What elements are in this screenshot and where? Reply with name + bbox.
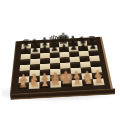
square-d5[interactable]	[50, 58, 60, 64]
piece-black-bishop: ♝	[39, 36, 50, 48]
chess-set-photo: ♜♞♝♛♚♝♞♜♟♟♟♟♟♟♟♟♟♟♟♟♟♟♟♟♜♞♝♛♚♝♞♜	[0, 0, 120, 120]
square-e1[interactable]: ♚	[61, 80, 72, 87]
square-e5[interactable]	[60, 57, 70, 63]
square-f1[interactable]: ♝	[72, 80, 83, 87]
square-h5[interactable]	[89, 55, 100, 61]
piece-black-rook: ♜	[87, 36, 96, 46]
square-h1[interactable]: ♜	[93, 79, 105, 86]
square-b1[interactable]: ♞	[29, 82, 40, 89]
piece-black-rook: ♜	[21, 39, 30, 49]
square-f6[interactable]	[69, 51, 79, 57]
square-f2[interactable]: ♟	[71, 74, 82, 81]
chess-board: ♜♞♝♛♚♝♞♜♟♟♟♟♟♟♟♟♟♟♟♟♟♟♟♟♜♞♝♛♚♝♞♜	[10, 37, 113, 95]
piece-black-knight: ♞	[78, 35, 88, 46]
square-a1[interactable]: ♜	[18, 82, 29, 89]
square-d3[interactable]	[50, 69, 60, 75]
board-grid: ♜♞♝♛♚♝♞♜♟♟♟♟♟♟♟♟♟♟♟♟♟♟♟♟♜♞♝♛♚♝♞♜	[18, 40, 105, 89]
square-c1[interactable]: ♝	[40, 81, 51, 88]
piece-black-knight: ♞	[30, 38, 40, 49]
square-f5[interactable]	[70, 56, 80, 62]
square-d1[interactable]: ♛	[50, 81, 61, 88]
